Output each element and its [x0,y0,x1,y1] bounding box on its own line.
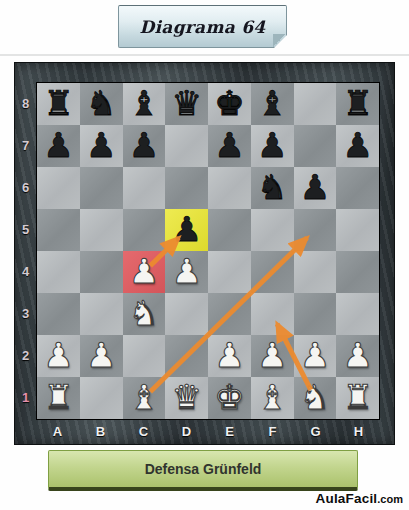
black-pawn-a7: ♟ [43,128,73,162]
opening-name-label: Defensa Grünfeld [48,450,358,491]
white-rook-a1: ♜ [43,380,73,414]
square-e3 [208,293,251,335]
square-f8: ♝ [251,83,294,125]
white-king-e1: ♚ [214,380,244,414]
square-h3 [336,293,379,335]
black-queen-d8: ♛ [171,86,201,120]
square-f3 [251,293,294,335]
square-f2: ♟ [251,335,294,377]
square-a2: ♟ [37,335,80,377]
square-c4: ♟ [123,251,166,293]
file-label-h: H [337,419,380,444]
white-pawn-c4: ♟ [129,254,159,288]
square-e4 [208,251,251,293]
square-f6: ♞ [251,167,294,209]
square-b1 [80,377,123,419]
rank-label-1: 1 [15,376,36,418]
rank-label-3: 3 [15,292,36,334]
top-divider-line [0,54,409,56]
watermark: AulaFacil.com [315,489,403,507]
square-a3 [37,293,80,335]
square-a4 [37,251,80,293]
square-c1: ♝ [123,377,166,419]
square-d5: ♟ [165,209,208,251]
square-f5 [251,209,294,251]
square-d1: ♛ [165,377,208,419]
rank-label-5: 5 [15,208,36,250]
file-label-g: G [294,419,337,444]
file-label-c: C [122,419,165,444]
square-a6 [37,167,80,209]
white-knight-g1: ♞ [300,380,330,414]
white-pawn-g2: ♟ [300,338,330,372]
white-knight-c3: ♞ [129,296,159,330]
square-h7: ♟ [336,125,379,167]
square-g7 [294,125,337,167]
white-queen-d1: ♛ [171,380,201,414]
rank-label-2: 2 [15,334,36,376]
white-pawn-b2: ♟ [86,338,116,372]
square-h8: ♜ [336,83,379,125]
black-rook-a8: ♜ [43,86,73,120]
white-bishop-f1: ♝ [257,380,287,414]
square-h5 [336,209,379,251]
square-f7: ♟ [251,125,294,167]
square-g3 [294,293,337,335]
file-label-e: E [208,419,251,444]
black-pawn-c7: ♟ [129,128,159,162]
chess-board-frame: 87654321 ♜♞♝♛♚♝♜♟♟♟♟♟♟♞♟♟♟♟♞♟♟♟♟♟♟♜♝♛♚♝♞… [14,62,395,445]
playing-area: ♜♞♝♛♚♝♜♟♟♟♟♟♟♞♟♟♟♟♞♟♟♟♟♟♟♜♝♛♚♝♞♜ [36,82,380,420]
square-c2 [123,335,166,377]
square-b4 [80,251,123,293]
square-a7: ♟ [37,125,80,167]
square-b2: ♟ [80,335,123,377]
square-h6 [336,167,379,209]
square-e6 [208,167,251,209]
square-e1: ♚ [208,377,251,419]
square-c8: ♝ [123,83,166,125]
square-b3 [80,293,123,335]
white-bishop-c1: ♝ [129,380,159,414]
black-pawn-f7: ♟ [257,128,287,162]
square-e5 [208,209,251,251]
square-c6 [123,167,166,209]
white-pawn-d4: ♟ [171,254,201,288]
square-d8: ♛ [165,83,208,125]
black-pawn-e7: ♟ [214,128,244,162]
black-pawn-d5: ♟ [171,212,201,246]
file-label-d: D [165,419,208,444]
rank-label-6: 6 [15,166,36,208]
square-g6: ♟ [294,167,337,209]
square-b8: ♞ [80,83,123,125]
square-g2: ♟ [294,335,337,377]
diagram-page: Diagrama 64 87654321 ♜♞♝♛♚♝♜♟♟♟♟♟♟♞♟♟♟♟♞… [0,0,409,510]
square-d7 [165,125,208,167]
rank-label-8: 8 [15,82,36,124]
white-rook-h1: ♜ [342,380,372,414]
opening-name-text: Defensa Grünfeld [145,461,262,477]
watermark-tld: .com [377,493,403,505]
square-f4 [251,251,294,293]
black-rook-h8: ♜ [342,86,372,120]
square-c3: ♞ [123,293,166,335]
square-b5 [80,209,123,251]
black-pawn-b7: ♟ [86,128,116,162]
square-e8: ♚ [208,83,251,125]
square-a5 [37,209,80,251]
square-h2: ♟ [336,335,379,377]
white-pawn-e2: ♟ [214,338,244,372]
square-c5 [123,209,166,251]
black-pawn-h7: ♟ [342,128,372,162]
rank-label-4: 4 [15,250,36,292]
square-g5 [294,209,337,251]
square-h1: ♜ [336,377,379,419]
square-d2 [165,335,208,377]
white-pawn-h2: ♟ [342,338,372,372]
rank-labels: 87654321 [15,82,36,418]
square-d4: ♟ [165,251,208,293]
square-a8: ♜ [37,83,80,125]
black-king-e8: ♚ [214,86,244,120]
square-a1: ♜ [37,377,80,419]
square-g1: ♞ [294,377,337,419]
file-label-f: F [251,419,294,444]
square-c7: ♟ [123,125,166,167]
file-label-b: B [79,419,122,444]
square-b6 [80,167,123,209]
square-h4 [336,251,379,293]
square-d6 [165,167,208,209]
black-bishop-c8: ♝ [129,86,159,120]
black-pawn-g6: ♟ [300,170,330,204]
diagram-title: Diagrama 64 [140,17,266,37]
watermark-name: AulaFacil [315,491,377,506]
square-b7: ♟ [80,125,123,167]
white-pawn-f2: ♟ [257,338,287,372]
white-pawn-a2: ♟ [43,338,73,372]
black-knight-f6: ♞ [257,170,287,204]
file-labels: ABCDEFGH [36,419,380,444]
file-label-a: A [36,419,79,444]
square-e2: ♟ [208,335,251,377]
rank-label-7: 7 [15,124,36,166]
diagram-banner: Diagrama 64 [118,5,287,48]
black-bishop-f8: ♝ [257,86,287,120]
square-g8 [294,83,337,125]
square-g4 [294,251,337,293]
square-e7: ♟ [208,125,251,167]
square-f1: ♝ [251,377,294,419]
black-knight-b8: ♞ [86,86,116,120]
square-d3 [165,293,208,335]
